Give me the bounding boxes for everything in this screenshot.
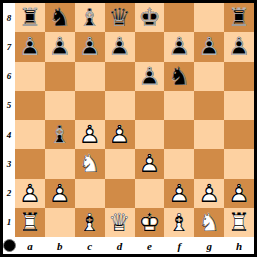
square-h8[interactable]: ♜♖ bbox=[224, 3, 254, 32]
rank-label-3: 3 bbox=[3, 149, 15, 178]
white-pawn[interactable]: ♟♙ bbox=[135, 149, 165, 178]
square-e2[interactable] bbox=[135, 179, 165, 208]
white-king[interactable]: ♚♔ bbox=[135, 208, 165, 237]
chess-board[interactable]: ♜♖♞♘♝♗♛♕♚♔♜♖♟♙♟♙♟♙♟♙♟♙♟♙♟♙♟♙♞♘♝♗♟♙♟♙♞♘♟♙… bbox=[15, 3, 254, 237]
file-label-f: f bbox=[164, 237, 194, 254]
square-d3[interactable] bbox=[105, 149, 135, 178]
file-label-h: h bbox=[224, 237, 254, 254]
black-bishop[interactable]: ♝♗ bbox=[75, 3, 105, 32]
white-knight[interactable]: ♞♘ bbox=[75, 149, 105, 178]
square-b3[interactable] bbox=[45, 149, 75, 178]
white-bishop[interactable]: ♝♗ bbox=[164, 208, 194, 237]
square-d8[interactable]: ♛♕ bbox=[105, 3, 135, 32]
white-knight[interactable]: ♞♘ bbox=[194, 208, 224, 237]
square-g8[interactable] bbox=[194, 3, 224, 32]
black-queen[interactable]: ♛♕ bbox=[105, 3, 135, 32]
square-e7[interactable] bbox=[135, 32, 165, 61]
square-g4[interactable] bbox=[194, 120, 224, 149]
black-pawn[interactable]: ♟♙ bbox=[15, 32, 45, 61]
white-pawn[interactable]: ♟♙ bbox=[15, 179, 45, 208]
rank-label-7: 7 bbox=[3, 32, 15, 61]
black-king[interactable]: ♚♔ bbox=[135, 3, 165, 32]
black-rook[interactable]: ♜♖ bbox=[224, 3, 254, 32]
rank-label-8: 8 bbox=[3, 3, 15, 32]
square-c1[interactable]: ♝♗ bbox=[75, 208, 105, 237]
square-e6[interactable]: ♟♙ bbox=[135, 62, 165, 91]
square-h5[interactable] bbox=[224, 91, 254, 120]
square-g7[interactable]: ♟♙ bbox=[194, 32, 224, 61]
white-queen[interactable]: ♛♕ bbox=[105, 208, 135, 237]
black-knight[interactable]: ♞♘ bbox=[45, 3, 75, 32]
white-rook[interactable]: ♜♖ bbox=[224, 208, 254, 237]
black-pawn[interactable]: ♟♙ bbox=[45, 32, 75, 61]
square-c5[interactable] bbox=[75, 91, 105, 120]
square-f6[interactable]: ♞♘ bbox=[164, 62, 194, 91]
square-a4[interactable] bbox=[15, 120, 45, 149]
square-f1[interactable]: ♝♗ bbox=[164, 208, 194, 237]
square-b2[interactable]: ♟♙ bbox=[45, 179, 75, 208]
square-g3[interactable] bbox=[194, 149, 224, 178]
square-h3[interactable] bbox=[224, 149, 254, 178]
square-b4[interactable]: ♝♗ bbox=[45, 120, 75, 149]
black-pawn[interactable]: ♟♙ bbox=[105, 32, 135, 61]
black-rook[interactable]: ♜♖ bbox=[15, 3, 45, 32]
white-bishop[interactable]: ♝♗ bbox=[75, 208, 105, 237]
square-a3[interactable] bbox=[15, 149, 45, 178]
square-g6[interactable] bbox=[194, 62, 224, 91]
file-label-d: d bbox=[105, 237, 135, 254]
square-b8[interactable]: ♞♘ bbox=[45, 3, 75, 32]
square-f3[interactable] bbox=[164, 149, 194, 178]
rank-label-6: 6 bbox=[3, 62, 15, 91]
white-pawn[interactable]: ♟♙ bbox=[164, 179, 194, 208]
square-f2[interactable]: ♟♙ bbox=[164, 179, 194, 208]
square-b7[interactable]: ♟♙ bbox=[45, 32, 75, 61]
square-d4[interactable]: ♟♙ bbox=[105, 120, 135, 149]
square-c3[interactable]: ♞♘ bbox=[75, 149, 105, 178]
square-d1[interactable]: ♛♕ bbox=[105, 208, 135, 237]
square-a7[interactable]: ♟♙ bbox=[15, 32, 45, 61]
square-a5[interactable] bbox=[15, 91, 45, 120]
square-h1[interactable]: ♜♖ bbox=[224, 208, 254, 237]
square-b1[interactable] bbox=[45, 208, 75, 237]
white-pawn[interactable]: ♟♙ bbox=[194, 179, 224, 208]
square-c6[interactable] bbox=[75, 62, 105, 91]
square-g2[interactable]: ♟♙ bbox=[194, 179, 224, 208]
square-c2[interactable] bbox=[75, 179, 105, 208]
square-e1[interactable]: ♚♔ bbox=[135, 208, 165, 237]
square-d2[interactable] bbox=[105, 179, 135, 208]
square-h7[interactable]: ♟♙ bbox=[224, 32, 254, 61]
square-e3[interactable]: ♟♙ bbox=[135, 149, 165, 178]
rank-label-5: 5 bbox=[3, 91, 15, 120]
black-pawn[interactable]: ♟♙ bbox=[164, 32, 194, 61]
rank-label-2: 2 bbox=[3, 179, 15, 208]
black-pawn[interactable]: ♟♙ bbox=[135, 62, 165, 91]
square-h6[interactable] bbox=[224, 62, 254, 91]
black-knight[interactable]: ♞♘ bbox=[164, 62, 194, 91]
board-inner-area: 87654321 ♜♖♞♘♝♗♛♕♚♔♜♖♟♙♟♙♟♙♟♙♟♙♟♙♟♙♟♙♞♘♝… bbox=[3, 3, 254, 254]
square-c4[interactable]: ♟♙ bbox=[75, 120, 105, 149]
square-c7[interactable]: ♟♙ bbox=[75, 32, 105, 61]
file-labels: abcdefgh bbox=[15, 237, 254, 254]
square-c8[interactable]: ♝♗ bbox=[75, 3, 105, 32]
square-f5[interactable] bbox=[164, 91, 194, 120]
rank-label-1: 1 bbox=[3, 208, 15, 237]
file-label-a: a bbox=[15, 237, 45, 254]
square-f4[interactable] bbox=[164, 120, 194, 149]
square-d6[interactable] bbox=[105, 62, 135, 91]
white-pawn[interactable]: ♟♙ bbox=[75, 120, 105, 149]
black-bishop[interactable]: ♝♗ bbox=[45, 120, 75, 149]
black-to-move-indicator bbox=[3, 239, 16, 252]
file-label-g: g bbox=[194, 237, 224, 254]
square-a8[interactable]: ♜♖ bbox=[15, 3, 45, 32]
chessboard-frame: 87654321 ♜♖♞♘♝♗♛♕♚♔♜♖♟♙♟♙♟♙♟♙♟♙♟♙♟♙♟♙♞♘♝… bbox=[0, 0, 257, 257]
square-d5[interactable] bbox=[105, 91, 135, 120]
file-label-e: e bbox=[135, 237, 165, 254]
square-a1[interactable]: ♜♖ bbox=[15, 208, 45, 237]
square-b5[interactable] bbox=[45, 91, 75, 120]
square-h4[interactable] bbox=[224, 120, 254, 149]
black-pawn[interactable]: ♟♙ bbox=[194, 32, 224, 61]
square-g5[interactable] bbox=[194, 91, 224, 120]
square-e4[interactable] bbox=[135, 120, 165, 149]
square-e5[interactable] bbox=[135, 91, 165, 120]
square-h2[interactable]: ♟♙ bbox=[224, 179, 254, 208]
rank-labels: 87654321 bbox=[3, 3, 15, 237]
white-pawn[interactable]: ♟♙ bbox=[45, 179, 75, 208]
square-d7[interactable]: ♟♙ bbox=[105, 32, 135, 61]
square-g1[interactable]: ♞♘ bbox=[194, 208, 224, 237]
black-pawn[interactable]: ♟♙ bbox=[224, 32, 254, 61]
square-e8[interactable]: ♚♔ bbox=[135, 3, 165, 32]
white-pawn[interactable]: ♟♙ bbox=[224, 179, 254, 208]
rank-label-4: 4 bbox=[3, 120, 15, 149]
square-a6[interactable] bbox=[15, 62, 45, 91]
square-a2[interactable]: ♟♙ bbox=[15, 179, 45, 208]
black-pawn[interactable]: ♟♙ bbox=[75, 32, 105, 61]
square-f7[interactable]: ♟♙ bbox=[164, 32, 194, 61]
white-pawn[interactable]: ♟♙ bbox=[105, 120, 135, 149]
file-label-c: c bbox=[75, 237, 105, 254]
square-f8[interactable] bbox=[164, 3, 194, 32]
square-b6[interactable] bbox=[45, 62, 75, 91]
white-rook[interactable]: ♜♖ bbox=[15, 208, 45, 237]
file-label-b: b bbox=[45, 237, 75, 254]
